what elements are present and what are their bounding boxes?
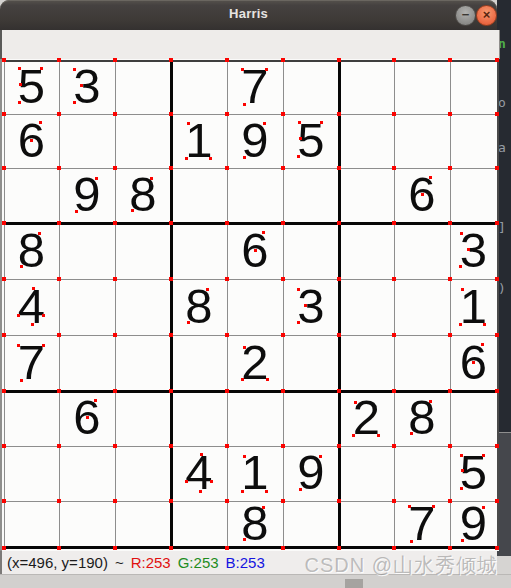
sudoku-cell-r7c5 bbox=[227, 391, 283, 446]
sudoku-cell-r1c8 bbox=[394, 60, 450, 114]
corner-marker bbox=[319, 455, 322, 458]
corner-marker bbox=[206, 288, 209, 291]
sudoku-cell-r9c5: 8 bbox=[227, 501, 283, 548]
sudoku-cell-r5c6: 3 bbox=[283, 279, 339, 335]
corner-marker bbox=[42, 344, 45, 347]
sudoku-cell-r7c7: 2 bbox=[339, 391, 394, 446]
minimize-button[interactable]: − bbox=[455, 5, 476, 26]
corner-marker bbox=[73, 68, 76, 71]
sudoku-cell-r7c3 bbox=[115, 391, 171, 446]
sudoku-cell-r8c2 bbox=[59, 446, 115, 501]
sudoku-cell-r9c7 bbox=[339, 501, 394, 548]
sudoku-cell-r2c2 bbox=[59, 114, 115, 168]
corner-marker bbox=[187, 122, 190, 125]
corner-marker bbox=[39, 121, 42, 124]
sudoku-cell-r6c1: 7 bbox=[4, 335, 59, 391]
sudoku-cell-r5c2 bbox=[59, 279, 115, 335]
csdn-watermark: CSDN @山水秀倾城 bbox=[304, 552, 498, 579]
sudoku-board: 537619598686348317266284195879 bbox=[4, 60, 497, 548]
sudoku-cell-r2c8 bbox=[394, 114, 450, 168]
corner-marker bbox=[299, 488, 302, 491]
sudoku-cell-r9c1 bbox=[4, 501, 59, 548]
given-digit: 3 bbox=[460, 226, 487, 275]
sudoku-cell-r6c4 bbox=[171, 335, 227, 391]
sudoku-cell-r2c9 bbox=[450, 114, 497, 168]
sudoku-cell-r3c9 bbox=[450, 168, 497, 223]
corner-marker bbox=[210, 480, 213, 483]
background-panel bbox=[497, 432, 511, 557]
corner-marker bbox=[241, 378, 244, 381]
sudoku-cell-r8c8 bbox=[394, 446, 450, 501]
pixel-coordinates: (x=496, y=190) bbox=[7, 554, 108, 571]
corner-marker bbox=[94, 399, 97, 402]
sudoku-cell-r5c7 bbox=[339, 279, 394, 335]
corner-marker bbox=[241, 68, 244, 71]
sudoku-cell-r6c5: 2 bbox=[227, 335, 283, 391]
corner-marker bbox=[262, 231, 265, 234]
corner-marker bbox=[131, 209, 134, 212]
corner-marker bbox=[459, 265, 462, 268]
opencv-window: Harris − × 53761959868634831726628419587… bbox=[0, 0, 497, 588]
sudoku-cell-r8c3 bbox=[115, 446, 171, 501]
corner-marker bbox=[429, 176, 432, 179]
corner-marker bbox=[38, 232, 41, 235]
sudoku-cell-r2c5: 9 bbox=[227, 114, 283, 168]
corner-marker bbox=[263, 122, 266, 125]
screenshot-root: n o a ] ) Harris − × 5376195986863483172… bbox=[0, 0, 511, 588]
corner-marker bbox=[241, 490, 244, 493]
sudoku-cell-r5c9: 1 bbox=[450, 279, 497, 335]
sudoku-cell-r3c2: 9 bbox=[59, 168, 115, 223]
corner-marker bbox=[298, 121, 301, 124]
corner-marker bbox=[297, 288, 300, 291]
sudoku-cell-r3c1 bbox=[4, 168, 59, 223]
corner-marker bbox=[73, 101, 76, 104]
corner-marker bbox=[31, 323, 34, 326]
corner-marker bbox=[80, 84, 83, 87]
corner-marker bbox=[320, 121, 323, 124]
corner-marker bbox=[483, 323, 486, 326]
sudoku-cell-r5c1: 4 bbox=[4, 279, 59, 335]
sudoku-cell-r4c9: 3 bbox=[450, 223, 497, 279]
corner-marker bbox=[460, 232, 463, 235]
blue-channel-value: B:253 bbox=[226, 554, 265, 571]
sudoku-cell-r2c7 bbox=[339, 114, 394, 168]
corner-marker bbox=[185, 480, 188, 483]
corner-marker bbox=[461, 469, 464, 472]
sudoku-cell-r5c3 bbox=[115, 279, 171, 335]
corner-marker bbox=[243, 346, 246, 349]
minimize-icon: − bbox=[462, 8, 470, 21]
corner-marker bbox=[421, 193, 424, 196]
sudoku-cell-r6c2 bbox=[59, 335, 115, 391]
sudoku-cell-r9c3 bbox=[115, 501, 171, 548]
image-canvas[interactable]: 537619598686348317266284195879 bbox=[0, 59, 499, 551]
corner-marker bbox=[243, 156, 246, 159]
corner-marker bbox=[299, 137, 302, 140]
sudoku-cell-r7c6 bbox=[283, 391, 339, 446]
window-title: Harris bbox=[0, 6, 497, 21]
sudoku-cell-r5c4: 8 bbox=[171, 279, 227, 335]
code-fragment: a bbox=[498, 140, 506, 155]
sudoku-cell-r4c7 bbox=[339, 223, 394, 279]
title-bar[interactable]: Harris − × bbox=[0, 0, 497, 30]
sudoku-cell-r1c3 bbox=[115, 60, 171, 114]
given-digit: 3 bbox=[73, 62, 100, 111]
sudoku-cell-r4c3 bbox=[115, 223, 171, 279]
sudoku-cell-r9c9: 9 bbox=[450, 501, 497, 548]
sudoku-cell-r9c6 bbox=[283, 501, 339, 548]
corner-marker bbox=[460, 487, 463, 490]
corner-marker bbox=[482, 506, 485, 509]
sudoku-cell-r8c9: 5 bbox=[450, 446, 497, 501]
corner-marker bbox=[199, 490, 202, 493]
corner-marker bbox=[266, 378, 269, 381]
corner-marker bbox=[410, 540, 413, 543]
corner-marker bbox=[432, 505, 435, 508]
sudoku-cell-r4c8 bbox=[394, 223, 450, 279]
sudoku-cell-r6c3 bbox=[115, 335, 171, 391]
corner-marker bbox=[150, 177, 153, 180]
corner-marker bbox=[95, 177, 98, 180]
corner-marker bbox=[30, 139, 33, 142]
sudoku-cell-r3c3: 8 bbox=[115, 168, 171, 223]
corner-marker bbox=[461, 288, 464, 291]
corner-marker bbox=[200, 453, 203, 456]
sudoku-cell-r9c2 bbox=[59, 501, 115, 548]
corner-marker bbox=[262, 506, 265, 509]
corner-marker bbox=[354, 401, 357, 404]
sudoku-cell-r3c7 bbox=[339, 168, 394, 223]
corner-marker bbox=[410, 432, 413, 435]
sudoku-cell-r1c2: 3 bbox=[59, 60, 115, 114]
corner-marker bbox=[187, 321, 190, 324]
corner-marker bbox=[481, 343, 484, 346]
green-channel-value: G:253 bbox=[178, 554, 219, 571]
separator: ~ bbox=[115, 554, 124, 571]
sudoku-cell-r5c5 bbox=[227, 279, 283, 335]
corner-marker bbox=[472, 361, 475, 364]
red-channel-value: R:253 bbox=[131, 554, 171, 571]
resize-notch bbox=[345, 579, 363, 588]
corner-marker bbox=[243, 455, 246, 458]
corner-marker bbox=[304, 304, 307, 307]
background-editor-dark-area: n o a ] ) bbox=[497, 0, 511, 432]
corner-marker bbox=[18, 101, 21, 104]
corner-marker bbox=[19, 83, 22, 86]
sudoku-cell-r2c1: 6 bbox=[4, 114, 59, 168]
sudoku-cell-r3c8: 6 bbox=[394, 168, 450, 223]
corner-marker bbox=[209, 157, 212, 160]
corner-marker bbox=[429, 400, 432, 403]
corner-marker bbox=[86, 416, 89, 419]
sudoku-cell-r3c5 bbox=[227, 168, 283, 223]
sudoku-cell-r7c4 bbox=[171, 391, 227, 446]
corner-marker bbox=[459, 323, 462, 326]
sudoku-cell-r4c2 bbox=[59, 223, 115, 279]
code-fragment: o bbox=[498, 95, 506, 110]
sudoku-cell-r2c6: 5 bbox=[283, 114, 339, 168]
corner-marker bbox=[408, 505, 411, 508]
corner-marker bbox=[460, 454, 463, 457]
sudoku-cell-r6c6 bbox=[283, 335, 339, 391]
sudoku-cell-r9c4 bbox=[171, 501, 227, 548]
sudoku-cell-r5c8 bbox=[394, 279, 450, 335]
sudoku-cell-r6c8 bbox=[394, 335, 450, 391]
close-button[interactable]: × bbox=[476, 5, 497, 26]
corner-marker bbox=[482, 454, 485, 457]
sudoku-cell-r1c4 bbox=[171, 60, 227, 114]
sudoku-cell-r1c9 bbox=[450, 60, 497, 114]
corner-marker bbox=[297, 321, 300, 324]
sudoku-cell-r3c4 bbox=[171, 168, 227, 223]
background-editor-window: n o a ] ) bbox=[497, 0, 511, 588]
sudoku-cell-r6c9: 6 bbox=[450, 335, 497, 391]
toolbar-strip bbox=[0, 30, 500, 59]
sudoku-cell-r4c6 bbox=[283, 223, 339, 279]
corner-marker bbox=[18, 67, 21, 70]
corner-marker bbox=[467, 248, 470, 251]
close-icon: × bbox=[483, 8, 491, 21]
corner-marker bbox=[243, 538, 246, 541]
corner-marker bbox=[20, 265, 23, 268]
sudoku-cell-r1c6 bbox=[283, 60, 339, 114]
sudoku-cell-r7c9 bbox=[450, 391, 497, 446]
sudoku-cell-r7c8: 8 bbox=[394, 391, 450, 446]
sudoku-cell-r7c1 bbox=[4, 391, 59, 446]
sudoku-cell-r1c5: 7 bbox=[227, 60, 283, 114]
corner-marker bbox=[20, 379, 23, 382]
sudoku-cell-r3c6 bbox=[283, 168, 339, 223]
sudoku-cell-r8c7 bbox=[339, 446, 394, 501]
corner-marker bbox=[297, 155, 300, 158]
corner-marker bbox=[254, 249, 257, 252]
given-digit: 3 bbox=[297, 282, 324, 331]
corner-marker bbox=[42, 314, 45, 317]
sudoku-cell-r8c4: 4 bbox=[171, 446, 227, 501]
corner-marker bbox=[243, 103, 246, 106]
sudoku-cell-r2c4: 1 bbox=[171, 114, 227, 168]
sudoku-cell-r8c6: 9 bbox=[283, 446, 339, 501]
sudoku-cell-r8c1 bbox=[4, 446, 59, 501]
sudoku-cell-r1c7 bbox=[339, 60, 394, 114]
corner-marker bbox=[461, 539, 464, 542]
corner-marker bbox=[265, 68, 268, 71]
sudoku-cell-r4c4 bbox=[171, 223, 227, 279]
sudoku-cell-r9c8: 7 bbox=[394, 501, 450, 548]
corner-marker bbox=[377, 434, 380, 437]
corner-marker bbox=[352, 434, 355, 437]
corner-marker bbox=[40, 67, 43, 70]
sudoku-cell-r2c3 bbox=[115, 114, 171, 168]
corner-marker bbox=[75, 210, 78, 213]
code-fragment: ) bbox=[498, 281, 506, 296]
code-fragment: ] bbox=[498, 220, 506, 235]
corner-marker bbox=[32, 287, 35, 290]
sudoku-cell-r1c1: 5 bbox=[4, 60, 59, 114]
grid-vline bbox=[497, 60, 499, 550]
corner-marker bbox=[265, 490, 268, 493]
sudoku-cell-r4c5: 6 bbox=[227, 223, 283, 279]
sudoku-cell-r6c7 bbox=[339, 335, 394, 391]
sudoku-cell-r7c2: 6 bbox=[59, 391, 115, 446]
corner-marker bbox=[17, 344, 20, 347]
sudoku-cell-r8c5: 1 bbox=[227, 446, 283, 501]
corner-marker bbox=[17, 314, 20, 317]
corner-marker bbox=[185, 157, 188, 160]
sudoku-cell-r4c1: 8 bbox=[4, 223, 59, 279]
